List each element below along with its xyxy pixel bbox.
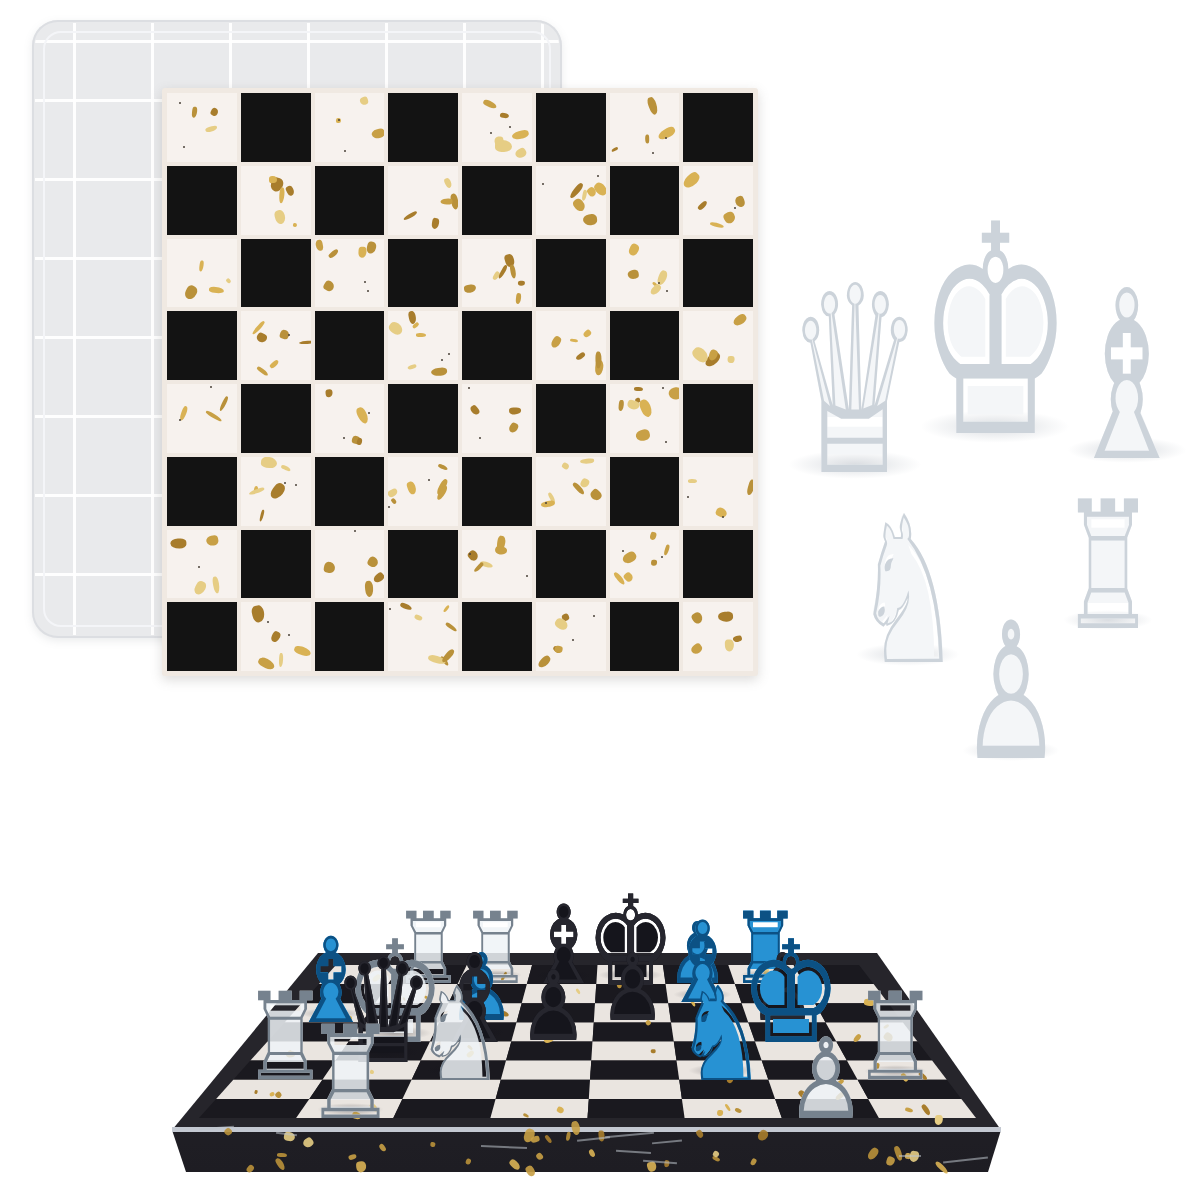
gold-fleck [277,1152,287,1157]
board-square-d7 [388,166,458,235]
gold-fleck [516,293,522,304]
gold-fleck [192,580,208,597]
gold-fleck [541,500,556,508]
gold-fleck [251,604,266,623]
gold-fleck [622,551,639,566]
gold-fleck [325,389,332,398]
gold-fleck [255,331,268,344]
gold-fleck [445,622,457,632]
gold-fleck [483,99,498,110]
board-square-e1 [462,602,532,671]
bishop-mold: ♝♗ [1010,260,1200,494]
board-square-a7 [167,166,237,235]
gold-fleck [261,457,278,469]
gold-fleck [416,333,427,338]
dark-speck [661,556,663,558]
board-square-b2 [241,530,311,599]
gold-fleck [683,171,702,191]
gold-fleck [273,209,287,225]
dark-speck [284,482,286,484]
gold-fleck [710,221,724,228]
dark-speck [210,386,212,388]
dark-speck [542,183,544,185]
gold-fleck [724,639,734,652]
gold-fleck [183,284,199,301]
gold-fleck [696,200,708,211]
board-square-f3 [536,457,606,526]
dark-speck [267,621,269,623]
finished-resin-chessboard [162,88,758,676]
gold-fleck [372,128,385,140]
dark-speck [428,479,430,481]
pawn-outline-glyph: ♙ [781,1023,871,1135]
gold-fleck [293,644,310,657]
gold-fleck [269,630,281,644]
board-square-c7 [315,166,385,235]
gold-fleck [388,319,405,336]
board-square-g5 [610,311,680,380]
board-square-e6 [462,239,532,308]
pawn-mold-outline-glyph: ♙ [954,598,1068,788]
gold-fleck [582,213,597,226]
gold-fleck [619,400,625,411]
board-square-f8 [536,93,606,162]
board-square-g8 [610,93,680,162]
piece-clear-pawn-g1: ♟♙ [770,1023,882,1135]
board-square-d1 [388,602,458,671]
board-square-g6 [610,239,680,308]
gold-fleck [646,96,659,115]
gold-fleck [518,281,525,286]
board-square-f5 [536,311,606,380]
board-square-g7 [610,166,680,235]
gold-fleck [645,135,649,144]
board-square-a3 [167,457,237,526]
board-square-c3 [315,457,385,526]
dark-speck [354,530,356,532]
board-square-d3 [388,457,458,526]
gold-fleck [405,480,417,495]
gold-fleck [279,188,285,204]
gold-fleck [356,438,363,446]
gold-fleck [281,464,291,471]
board-square-d2 [388,530,458,599]
board-square-c2 [315,530,385,599]
gold-fleck [473,561,484,572]
board-square-g4 [610,384,680,453]
marble-streak [899,1155,921,1157]
gold-fleck [589,487,604,502]
gold-fleck [259,509,265,521]
gold-fleck [691,611,705,625]
gold-fleck [226,277,233,284]
dark-speck [687,496,689,498]
board-square-c8 [315,93,385,162]
dark-speck [288,634,290,636]
gold-fleck [668,387,679,401]
board-square-f6 [536,239,606,308]
gold-fleck [269,176,277,183]
gold-fleck [497,264,508,279]
gold-fleck [441,648,456,664]
board-square-d6 [388,239,458,308]
gold-fleck [444,178,454,190]
knight-outline-glyph: ♘ [669,970,773,1100]
board-square-d8 [388,93,458,162]
gold-fleck [627,269,639,280]
dark-speck [448,353,450,355]
board-square-b4 [241,384,311,453]
gold-fleck [205,409,222,421]
dark-speck [734,207,736,209]
board-square-b1 [241,602,311,671]
dark-speck [665,441,667,443]
gold-fleck [327,248,339,259]
gold-fleck [598,1130,605,1142]
gold-fleck [514,146,528,159]
gold-fleck [634,387,643,392]
dark-speck [338,119,340,121]
gold-fleck [268,482,287,502]
gold-fleck [323,561,337,575]
gold-fleck [358,247,367,258]
dark-speck [509,126,511,128]
dark-speck [198,566,200,568]
gold-fleck [213,576,221,593]
gold-fleck [494,546,507,556]
board-square-d5 [388,311,458,380]
gold-fleck [581,189,587,200]
dark-speck [722,516,724,518]
board-square-f4 [536,384,606,453]
dark-speck [593,615,595,617]
gold-fleck [500,112,509,118]
board-square-a4 [167,384,237,453]
product-photo-scene: ♛♕♚♔♝♗♞♘♜♖♟♙ ♜♖♜♖♝♗♚♔♟♙♜♖♝♗♝♗♟♙♟♙♟♙♚♔♝♗♟… [0,0,1200,1200]
knight-outline-glyph: ♘ [408,970,512,1100]
gold-fleck [192,107,198,119]
dark-speck [388,506,390,508]
rook-outline-glyph: ♖ [299,1009,402,1138]
dark-speck [179,102,181,104]
gold-fleck [403,210,418,221]
dark-speck [368,412,370,414]
board-square-f7 [536,166,606,235]
gold-fleck [466,549,480,563]
dark-speck [469,553,471,555]
dark-speck [597,175,599,177]
dark-speck [367,290,369,292]
gold-fleck [269,359,279,369]
dark-speck [545,502,547,504]
board-square-h8 [683,93,753,162]
gold-fleck [688,479,697,483]
dark-speck [572,639,574,641]
gold-fleck [299,340,310,344]
dark-speck [441,359,443,361]
board-square-b5 [241,311,311,380]
gold-fleck [390,498,396,505]
gold-fleck [611,146,619,152]
gold-fleck [722,210,737,225]
gold-fleck [205,125,218,133]
dark-speck [343,437,345,439]
gold-fleck [322,280,336,294]
dark-speck [344,150,346,152]
gold-fleck [570,339,579,343]
gold-fleck [256,366,269,377]
piece-clear-rook-b1: ♜♖ [286,1009,415,1138]
gold-fleck [468,404,480,417]
board-square-d4 [388,384,458,453]
gold-fleck [443,604,451,613]
board-square-g2 [610,530,680,599]
dark-speck [666,290,668,292]
gold-fleck [355,406,371,425]
gold-fleck [554,645,564,653]
board-square-c1 [315,602,385,671]
gold-fleck [205,535,219,547]
gold-fleck [463,283,476,293]
gold-fleck [365,240,377,254]
board-square-a5 [167,311,237,380]
gold-fleck [408,364,417,371]
dark-speck [665,137,667,139]
gold-fleck [509,264,517,279]
gold-fleck [495,137,504,147]
board-square-a6 [167,239,237,308]
dark-speck [288,334,290,336]
pawn-outline-glyph: ♙ [515,958,593,1055]
board-square-b6 [241,239,311,308]
gold-fleck [400,602,413,610]
gold-fleck [372,572,384,586]
gold-fleck [209,107,219,117]
gold-fleck [279,653,284,667]
piece-blue-knight-f3: ♞♘ [656,970,786,1100]
board-square-e8 [462,93,532,162]
board-square-e5 [462,311,532,380]
gold-fleck [657,125,677,142]
gold-fleck [431,367,448,377]
board-square-c6 [315,239,385,308]
dark-speck [179,419,181,421]
gold-fleck [359,96,369,106]
gold-fleck [414,614,423,622]
dark-speck [526,575,528,577]
gold-fleck [579,458,594,464]
board-square-e4 [462,384,532,453]
gold-fleck [550,335,563,350]
gold-fleck [431,217,440,229]
gold-fleck [249,487,265,496]
gold-fleck [649,531,657,541]
gold-fleck [364,580,374,597]
gold-fleck [315,240,324,252]
bishop-mold-outline-glyph: ♗ [1057,260,1197,494]
dark-speck [662,387,664,389]
gold-fleck [293,222,298,227]
gold-fleck [635,428,651,442]
gold-fleck [561,462,570,471]
dark-speck [622,550,624,552]
dark-speck [183,146,185,148]
gold-fleck [170,539,187,549]
board-square-e3 [462,457,532,526]
gold-fleck [651,560,657,567]
gold-fleck [388,488,399,499]
board-square-f2 [536,530,606,599]
board-square-c4 [315,384,385,453]
board-square-c5 [315,311,385,380]
gold-fleck [437,463,447,470]
gold-fleck [583,329,593,339]
board-square-a1 [167,602,237,671]
board-square-b8 [241,93,311,162]
gold-fleck [576,351,587,360]
gold-fleck [511,129,529,141]
dark-speck [652,152,654,154]
board-square-b7 [241,166,311,235]
board-square-e2 [462,530,532,599]
dark-speck [468,387,470,389]
gold-fleck [284,185,295,197]
dark-speck [295,484,297,486]
board-square-a8 [167,93,237,162]
board-square-g3 [610,457,680,526]
gold-fleck [509,408,521,415]
gold-fleck [718,611,734,621]
gold-fleck [366,555,380,569]
board-square-h1 [683,602,753,671]
gold-fleck [733,635,743,643]
gold-fleck [219,396,229,412]
board-square-h2 [683,530,753,599]
pawn-mold: ♟♙ [916,598,1106,788]
dark-speck [479,437,481,439]
board-square-b3 [241,457,311,526]
dark-speck [389,608,391,610]
board-square-f1 [536,602,606,671]
gold-fleck [537,654,553,670]
dark-speck [364,281,366,283]
gold-fleck [627,242,640,256]
gold-fleck [663,544,670,556]
board-square-g1 [610,602,680,671]
dark-speck [490,132,492,134]
board-square-e7 [462,166,532,235]
gold-fleck [690,642,704,656]
gold-fleck [257,656,276,671]
gold-fleck [208,286,223,293]
board-square-a2 [167,530,237,599]
gold-fleck [508,422,519,434]
gold-fleck [199,260,204,271]
board-square-h7 [683,166,753,235]
